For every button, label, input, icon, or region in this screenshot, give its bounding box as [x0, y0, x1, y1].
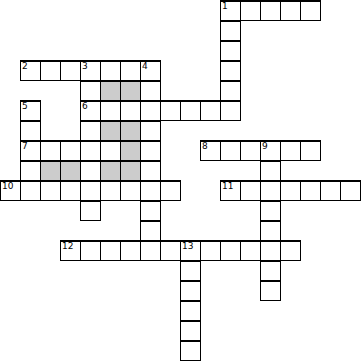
crossword-grid: 12345678910111213 — [0, 0, 361, 361]
clue-number: 2 — [22, 62, 28, 71]
cell[interactable] — [140, 140, 161, 161]
cell[interactable] — [20, 160, 41, 181]
cell-shaded[interactable] — [120, 140, 141, 161]
cell[interactable] — [180, 340, 201, 361]
cell[interactable] — [80, 180, 101, 201]
cell[interactable] — [300, 180, 321, 201]
cell[interactable] — [260, 200, 281, 221]
cell[interactable] — [340, 180, 361, 201]
cell[interactable] — [260, 0, 281, 21]
cell[interactable] — [100, 100, 121, 121]
clue-number: 11 — [222, 182, 233, 191]
cell[interactable] — [40, 60, 61, 81]
cell[interactable] — [180, 260, 201, 281]
cell[interactable]: 8 — [200, 140, 221, 161]
clue-number: 12 — [62, 242, 73, 251]
cell[interactable] — [140, 100, 161, 121]
cell-shaded[interactable] — [100, 120, 121, 141]
cell[interactable] — [100, 180, 121, 201]
clue-number: 13 — [182, 242, 193, 251]
cell-shaded[interactable] — [100, 160, 121, 181]
cell-shaded[interactable] — [120, 80, 141, 101]
cell-shaded[interactable] — [100, 80, 121, 101]
cell[interactable]: 10 — [0, 180, 21, 201]
cell[interactable] — [260, 240, 281, 261]
cell[interactable]: 11 — [220, 180, 241, 201]
cell[interactable] — [140, 160, 161, 181]
cell[interactable] — [140, 120, 161, 141]
cell[interactable]: 9 — [260, 140, 281, 161]
cell[interactable] — [200, 100, 221, 121]
cell[interactable] — [20, 120, 41, 141]
cell[interactable] — [180, 280, 201, 301]
cell[interactable] — [100, 60, 121, 81]
clue-number: 6 — [82, 102, 88, 111]
cell[interactable] — [100, 140, 121, 161]
cell[interactable] — [280, 0, 301, 21]
cell[interactable] — [160, 240, 181, 261]
cell[interactable] — [280, 140, 301, 161]
cell[interactable] — [140, 240, 161, 261]
clue-number: 3 — [82, 62, 88, 71]
cell[interactable] — [260, 220, 281, 241]
cell[interactable] — [220, 100, 241, 121]
cell[interactable] — [80, 160, 101, 181]
cell[interactable]: 5 — [20, 100, 41, 121]
cell[interactable]: 6 — [80, 100, 101, 121]
cell[interactable]: 1 — [220, 0, 241, 21]
cell[interactable] — [220, 40, 241, 61]
cell[interactable] — [220, 80, 241, 101]
cell[interactable] — [180, 300, 201, 321]
cell[interactable] — [220, 240, 241, 261]
cell[interactable] — [180, 320, 201, 341]
cell[interactable] — [160, 100, 181, 121]
cell-shaded[interactable] — [40, 160, 61, 181]
cell[interactable] — [280, 240, 301, 261]
cell[interactable] — [240, 180, 261, 201]
cell[interactable] — [120, 60, 141, 81]
cell[interactable] — [120, 240, 141, 261]
cell[interactable] — [40, 180, 61, 201]
cell[interactable] — [140, 80, 161, 101]
cell[interactable]: 4 — [140, 60, 161, 81]
cell[interactable] — [300, 0, 321, 21]
clue-number: 9 — [262, 142, 268, 151]
cell[interactable] — [20, 180, 41, 201]
clue-number: 5 — [22, 102, 28, 111]
cell[interactable] — [120, 180, 141, 201]
cell[interactable] — [80, 140, 101, 161]
cell[interactable] — [260, 280, 281, 301]
cell[interactable] — [60, 140, 81, 161]
cell[interactable] — [260, 260, 281, 281]
cell[interactable] — [320, 180, 341, 201]
cell[interactable]: 13 — [180, 240, 201, 261]
cell[interactable] — [80, 80, 101, 101]
cell[interactable] — [200, 240, 221, 261]
clue-number: 7 — [22, 142, 28, 151]
clue-number: 8 — [202, 142, 208, 151]
cell[interactable] — [120, 100, 141, 121]
cell-shaded[interactable] — [120, 160, 141, 181]
cell[interactable]: 3 — [80, 60, 101, 81]
cell[interactable] — [240, 240, 261, 261]
cell[interactable] — [300, 140, 321, 161]
cell[interactable] — [240, 0, 261, 21]
cell[interactable] — [140, 220, 161, 241]
cell[interactable] — [220, 20, 241, 41]
cell[interactable] — [60, 60, 81, 81]
cell[interactable] — [220, 140, 241, 161]
cell[interactable] — [80, 200, 101, 221]
cell[interactable] — [240, 140, 261, 161]
cell[interactable] — [260, 160, 281, 181]
cell[interactable] — [80, 240, 101, 261]
cell[interactable] — [260, 180, 281, 201]
cell-shaded[interactable] — [120, 120, 141, 141]
cell[interactable]: 12 — [60, 240, 81, 261]
cell[interactable] — [220, 60, 241, 81]
cell[interactable]: 7 — [20, 140, 41, 161]
cell[interactable] — [40, 140, 61, 161]
cell[interactable] — [180, 100, 201, 121]
clue-number: 1 — [222, 2, 228, 11]
cell-shaded[interactable] — [60, 160, 81, 181]
cell[interactable] — [140, 180, 161, 201]
cell[interactable] — [280, 180, 301, 201]
cell[interactable] — [140, 200, 161, 221]
cell[interactable] — [80, 120, 101, 141]
cell[interactable] — [100, 240, 121, 261]
clue-number: 4 — [142, 62, 148, 71]
cell[interactable] — [160, 180, 181, 201]
cell[interactable]: 2 — [20, 60, 41, 81]
clue-number: 10 — [2, 182, 13, 191]
cell[interactable] — [60, 180, 81, 201]
